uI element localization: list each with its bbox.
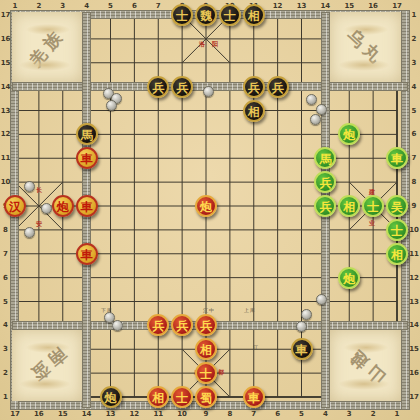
map-label: 江 xyxy=(253,345,259,350)
coord-bottom: 14 xyxy=(82,410,92,417)
coord-top: 6 xyxy=(132,2,137,9)
piece-wei-炮[interactable]: 炮 xyxy=(100,386,122,408)
coord-left: 12 xyxy=(1,131,11,138)
piece-glyph: 魏 xyxy=(200,10,212,22)
coord-bottom: 8 xyxy=(227,410,232,417)
piece-shu-士[interactable]: 士 xyxy=(171,386,193,408)
coord-left: 3 xyxy=(3,346,8,353)
piece-han-車[interactable]: 車 xyxy=(76,147,98,169)
coord-bottom: 6 xyxy=(275,410,280,417)
coord-bottom: 5 xyxy=(299,410,304,417)
coord-top: 1 xyxy=(13,2,18,9)
coord-right: 17 xyxy=(409,394,419,401)
territory-name: 乌丸 xyxy=(341,24,389,71)
gate-stud xyxy=(301,309,312,320)
coord-right: 15 xyxy=(409,346,419,353)
coord-top: 12 xyxy=(273,2,283,9)
piece-glyph: 吴 xyxy=(391,201,403,213)
coord-bottom: 11 xyxy=(153,410,163,417)
piece-shu-車[interactable]: 車 xyxy=(243,386,265,408)
piece-glyph: 相 xyxy=(391,248,403,260)
piece-han-炮[interactable]: 炮 xyxy=(52,195,74,217)
coord-bottom: 2 xyxy=(371,410,376,417)
city-label-长安: 安 xyxy=(36,221,42,227)
piece-wei-魏[interactable]: 魏 xyxy=(195,4,217,26)
coord-top: 4 xyxy=(84,2,89,9)
coord-right: 9 xyxy=(412,203,417,210)
piece-glyph: 兵 xyxy=(319,177,331,189)
coord-left: 16 xyxy=(1,35,11,42)
coord-bottom: 12 xyxy=(130,410,140,417)
coord-right: 7 xyxy=(412,155,417,162)
piece-glyph: 車 xyxy=(391,153,403,165)
coord-top: 15 xyxy=(344,2,354,9)
gate-stud xyxy=(106,100,117,111)
map-label: 上库 xyxy=(244,308,256,313)
coord-left: 11 xyxy=(1,155,11,162)
piece-glyph: 相 xyxy=(152,392,164,404)
piece-glyph: 士 xyxy=(176,392,188,404)
piece-glyph: 炮 xyxy=(343,129,355,141)
piece-wu-吴[interactable]: 吴 xyxy=(386,195,408,217)
piece-glyph: 車 xyxy=(296,344,308,356)
piece-shu-士[interactable]: 士 xyxy=(195,362,217,384)
coord-right: 4 xyxy=(412,83,417,90)
piece-glyph: 兵 xyxy=(152,320,164,332)
piece-wei-車[interactable]: 車 xyxy=(291,338,313,360)
piece-wu-士[interactable]: 士 xyxy=(386,219,408,241)
piece-wei-馬[interactable]: 馬 xyxy=(76,123,98,145)
piece-glyph: 炮 xyxy=(105,392,117,404)
territory-tr: 乌丸 xyxy=(330,12,401,82)
coord-bottom: 10 xyxy=(177,410,187,417)
piece-wei-兵[interactable]: 兵 xyxy=(171,76,193,98)
piece-wei-士[interactable]: 士 xyxy=(171,4,193,26)
piece-wu-炮[interactable]: 炮 xyxy=(338,267,360,289)
piece-glyph: 車 xyxy=(248,392,260,404)
coord-left: 2 xyxy=(3,370,8,377)
coord-right: 11 xyxy=(409,250,419,257)
piece-glyph: 兵 xyxy=(176,81,188,93)
piece-wei-相[interactable]: 相 xyxy=(243,100,265,122)
coord-left: 4 xyxy=(3,322,8,329)
piece-glyph: 車 xyxy=(81,201,93,213)
piece-wei-相[interactable]: 相 xyxy=(243,4,265,26)
coord-bottom: 17 xyxy=(10,410,20,417)
coord-bottom: 13 xyxy=(106,410,116,417)
city-label-长安: 长 xyxy=(36,187,42,193)
coord-top: 16 xyxy=(368,2,378,9)
piece-han-汉[interactable]: 汉 xyxy=(4,195,26,217)
piece-glyph: 炮 xyxy=(343,272,355,284)
piece-glyph: 車 xyxy=(81,153,93,165)
gate-stud xyxy=(316,294,327,305)
piece-glyph: 相 xyxy=(200,344,212,356)
coord-bottom: 15 xyxy=(58,410,68,417)
city-label-洛阳: 洛 xyxy=(199,41,205,47)
piece-wei-兵[interactable]: 兵 xyxy=(147,76,169,98)
coord-right: 5 xyxy=(412,107,417,114)
piece-glyph: 汉 xyxy=(9,201,21,213)
coord-top: 7 xyxy=(156,2,161,9)
piece-han-車[interactable]: 車 xyxy=(76,243,98,265)
piece-wei-兵[interactable]: 兵 xyxy=(243,76,265,98)
coord-bottom: 1 xyxy=(395,410,400,417)
coord-left: 17 xyxy=(1,12,11,19)
piece-glyph: 兵 xyxy=(272,81,284,93)
gate-stud xyxy=(112,320,123,331)
piece-glyph: 車 xyxy=(81,248,93,260)
piece-glyph: 兵 xyxy=(248,81,260,93)
piece-glyph: 相 xyxy=(248,10,260,22)
city-label-洛阳: 阳 xyxy=(212,41,218,47)
gate-stud xyxy=(24,227,35,238)
piece-glyph: 兵 xyxy=(152,81,164,93)
coord-left: 10 xyxy=(1,179,11,186)
coord-right: 14 xyxy=(409,322,419,329)
gate-stud xyxy=(296,321,307,332)
city-label-建业: 业 xyxy=(369,220,375,226)
four-kingdoms-xiangqi-board: 羌族乌丸南蛮山越11711721621631531541441451351361… xyxy=(0,0,420,420)
coord-top: 5 xyxy=(108,2,113,9)
coord-bottom: 16 xyxy=(34,410,44,417)
coord-top: 14 xyxy=(321,2,331,9)
piece-glyph: 兵 xyxy=(176,320,188,332)
piece-glyph: 相 xyxy=(248,105,260,117)
coord-left: 14 xyxy=(1,83,11,90)
territory-br: 山越 xyxy=(330,330,401,401)
gate-stud xyxy=(41,203,52,214)
piece-glyph: 馬 xyxy=(81,129,93,141)
coord-left: 7 xyxy=(3,250,8,257)
coord-bottom: 4 xyxy=(323,410,328,417)
coord-top: 13 xyxy=(297,2,307,9)
piece-wu-士[interactable]: 士 xyxy=(362,195,384,217)
coord-top: 2 xyxy=(36,2,41,9)
piece-glyph: 兵 xyxy=(319,201,331,213)
piece-glyph: 士 xyxy=(367,201,379,213)
coord-right: 12 xyxy=(409,274,419,281)
piece-wei-士[interactable]: 士 xyxy=(219,4,241,26)
piece-glyph: 兵 xyxy=(200,320,212,332)
piece-glyph: 士 xyxy=(200,368,212,380)
piece-wu-相[interactable]: 相 xyxy=(386,243,408,265)
coord-left: 15 xyxy=(1,59,11,66)
piece-glyph: 士 xyxy=(176,10,188,22)
map-label: 江中 xyxy=(203,308,215,313)
piece-glyph: 炮 xyxy=(200,201,212,213)
coord-top: 3 xyxy=(60,2,65,9)
gate-stud xyxy=(306,94,317,105)
city-label-成都: 都 xyxy=(218,369,224,375)
piece-shu-蜀[interactable]: 蜀 xyxy=(195,386,217,408)
piece-glyph: 蜀 xyxy=(200,392,212,404)
territory-bl: 南蛮 xyxy=(12,330,82,401)
gate-stud xyxy=(316,104,327,115)
coord-right: 13 xyxy=(409,298,419,305)
coord-left: 8 xyxy=(3,226,8,233)
coord-bottom: 3 xyxy=(347,410,352,417)
gate-stud xyxy=(24,181,35,192)
coord-right: 8 xyxy=(412,179,417,186)
coord-right: 1 xyxy=(412,12,417,19)
piece-glyph: 炮 xyxy=(57,201,69,213)
piece-glyph: 相 xyxy=(343,201,355,213)
coord-bottom: 7 xyxy=(251,410,256,417)
coord-right: 10 xyxy=(409,226,419,233)
coord-top: 17 xyxy=(392,2,402,9)
territory-name: 羌族 xyxy=(24,23,70,71)
coord-left: 5 xyxy=(3,298,8,305)
piece-glyph: 士 xyxy=(224,10,236,22)
territory-name: 山越 xyxy=(341,343,389,389)
piece-shu-炮[interactable]: 炮 xyxy=(195,195,217,217)
coord-right: 2 xyxy=(412,35,417,42)
piece-glyph: 馬 xyxy=(319,153,331,165)
coord-right: 3 xyxy=(412,59,417,66)
territory-tl: 羌族 xyxy=(12,12,82,82)
gate-stud xyxy=(310,114,321,125)
piece-glyph: 士 xyxy=(391,224,403,236)
territory-name: 南蛮 xyxy=(23,343,71,389)
piece-wei-兵[interactable]: 兵 xyxy=(267,76,289,98)
coord-left: 6 xyxy=(3,274,8,281)
coord-right: 16 xyxy=(409,370,419,377)
coord-right: 6 xyxy=(412,131,417,138)
coord-left: 13 xyxy=(1,107,11,114)
coord-left: 1 xyxy=(3,394,8,401)
gate-stud xyxy=(203,86,214,97)
coord-bottom: 9 xyxy=(204,410,209,417)
piece-han-車[interactable]: 車 xyxy=(76,195,98,217)
